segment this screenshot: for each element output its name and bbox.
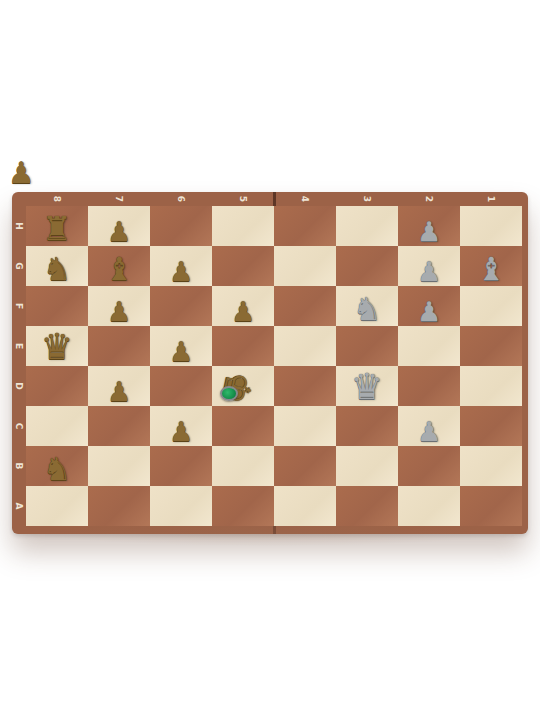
square-b2[interactable] [398, 446, 460, 486]
pawn-glyph: ♟ [169, 258, 193, 285]
rank-label-8: 8 [26, 192, 88, 206]
square-c8[interactable] [26, 406, 88, 446]
file-label-F: F [12, 286, 26, 326]
square-c5[interactable] [212, 406, 274, 446]
queen-glyph: ♛ [351, 369, 383, 405]
queen-glyph: ♛ [41, 329, 73, 365]
rank-label-1: 1 [460, 192, 522, 206]
square-b4[interactable] [274, 446, 336, 486]
square-h8[interactable]: ♜ [26, 206, 88, 246]
white-pawn-c2[interactable]: ♟ [398, 418, 460, 445]
rook-glyph: ♜ [42, 212, 72, 245]
square-f1[interactable] [460, 286, 522, 326]
square-h1[interactable] [460, 206, 522, 246]
square-f8[interactable] [26, 286, 88, 326]
file-label-B: B [12, 446, 26, 486]
pawn-glyph: ♟ [169, 338, 193, 365]
rank-label-4: 4 [274, 192, 336, 206]
rank-label-5: 5 [212, 192, 274, 206]
square-e3[interactable] [336, 326, 398, 366]
square-a8[interactable] [26, 486, 88, 526]
pawn-glyph: ♟ [107, 378, 131, 405]
square-f3[interactable]: ♞ [336, 286, 398, 326]
black-queen-e8[interactable]: ♛ [26, 329, 88, 365]
pawn-glyph: ♟ [417, 258, 441, 285]
square-d6[interactable] [150, 366, 212, 406]
square-e4[interactable] [274, 326, 336, 366]
file-label-E: E [12, 326, 26, 366]
captured-piece[interactable]: ♟ [8, 158, 35, 188]
rank-label-3: 3 [336, 192, 398, 206]
file-label-C: C [12, 406, 26, 446]
white-pawn-f2[interactable]: ♟ [398, 298, 460, 325]
square-b8[interactable]: ♞ [26, 446, 88, 486]
board-grid: ♜♟♟♞♝♟♟♝♟♟♞♟♛♟♟♚♛♟♟♞ [26, 206, 522, 526]
square-d2[interactable] [398, 366, 460, 406]
square-e7[interactable] [88, 326, 150, 366]
product-photo: ♟ ♜♟♟♞♝♟♟♝♟♟♞♟♛♟♟♚♛♟♟♞ 87654321HGFEDCBA [0, 0, 540, 720]
square-e2[interactable] [398, 326, 460, 366]
file-label-H: H [12, 206, 26, 246]
square-c4[interactable] [274, 406, 336, 446]
pawn-glyph: ♟ [417, 218, 441, 245]
white-bishop-g1[interactable]: ♝ [460, 253, 522, 285]
square-d3[interactable]: ♛ [336, 366, 398, 406]
square-f2[interactable]: ♟ [398, 286, 460, 326]
black-pawn-e6[interactable]: ♟ [150, 338, 212, 365]
square-g6[interactable]: ♟ [150, 246, 212, 286]
knight-glyph: ♞ [353, 293, 382, 325]
knight-glyph: ♞ [43, 253, 72, 285]
square-d7[interactable]: ♟ [88, 366, 150, 406]
square-c6[interactable]: ♟ [150, 406, 212, 446]
file-label-G: G [12, 246, 26, 286]
square-h4[interactable] [274, 206, 336, 246]
square-h6[interactable] [150, 206, 212, 246]
square-c3[interactable] [336, 406, 398, 446]
square-a4[interactable] [274, 486, 336, 526]
square-d5[interactable]: ♚ [212, 366, 274, 406]
pawn-glyph: ♟ [107, 298, 131, 325]
square-d1[interactable] [460, 366, 522, 406]
black-pawn-d7[interactable]: ♟ [88, 378, 150, 405]
square-e8[interactable]: ♛ [26, 326, 88, 366]
square-a6[interactable] [150, 486, 212, 526]
file-label-A: A [12, 486, 26, 526]
square-g8[interactable]: ♞ [26, 246, 88, 286]
file-label-D: D [12, 366, 26, 406]
black-pawn-f7[interactable]: ♟ [88, 298, 150, 325]
square-a2[interactable] [398, 486, 460, 526]
square-a5[interactable] [212, 486, 274, 526]
pawn-glyph: ♟ [169, 418, 193, 445]
black-pawn-h7[interactable]: ♟ [88, 218, 150, 245]
square-c2[interactable]: ♟ [398, 406, 460, 446]
square-g5[interactable] [212, 246, 274, 286]
square-e5[interactable] [212, 326, 274, 366]
white-knight-f3[interactable]: ♞ [336, 293, 398, 325]
square-f4[interactable] [274, 286, 336, 326]
square-f7[interactable]: ♟ [88, 286, 150, 326]
white-pawn-g2[interactable]: ♟ [398, 258, 460, 285]
square-f6[interactable] [150, 286, 212, 326]
white-pawn-h2[interactable]: ♟ [398, 218, 460, 245]
fallen-black-king-d5[interactable]: ♚ [212, 369, 274, 405]
square-a7[interactable] [88, 486, 150, 526]
square-c1[interactable] [460, 406, 522, 446]
square-g7[interactable]: ♝ [88, 246, 150, 286]
square-e6[interactable]: ♟ [150, 326, 212, 366]
black-pawn-c6[interactable]: ♟ [150, 418, 212, 445]
square-a3[interactable] [336, 486, 398, 526]
square-a1[interactable] [460, 486, 522, 526]
black-rook-h8[interactable]: ♜ [26, 212, 88, 245]
square-g4[interactable] [274, 246, 336, 286]
square-b7[interactable] [88, 446, 150, 486]
square-g2[interactable]: ♟ [398, 246, 460, 286]
square-b6[interactable] [150, 446, 212, 486]
square-h5[interactable] [212, 206, 274, 246]
square-d8[interactable] [26, 366, 88, 406]
square-b3[interactable] [336, 446, 398, 486]
black-knight-b8[interactable]: ♞ [26, 453, 88, 485]
black-knight-g8[interactable]: ♞ [26, 253, 88, 285]
pawn-glyph: ♟ [417, 298, 441, 325]
square-b1[interactable] [460, 446, 522, 486]
knight-glyph: ♞ [43, 453, 72, 485]
bishop-glyph: ♝ [105, 253, 134, 285]
square-g1[interactable]: ♝ [460, 246, 522, 286]
pawn-glyph: ♟ [417, 418, 441, 445]
pawn-glyph: ♟ [107, 218, 131, 245]
square-d4[interactable] [274, 366, 336, 406]
rank-label-6: 6 [150, 192, 212, 206]
chess-board: ♜♟♟♞♝♟♟♝♟♟♞♟♛♟♟♚♛♟♟♞ 87654321HGFEDCBA [12, 192, 528, 534]
black-bishop-g7[interactable]: ♝ [88, 253, 150, 285]
square-g3[interactable] [336, 246, 398, 286]
white-queen-d3[interactable]: ♛ [336, 369, 398, 405]
pawn-glyph: ♟ [231, 298, 255, 325]
square-e1[interactable] [460, 326, 522, 366]
square-f5[interactable]: ♟ [212, 286, 274, 326]
square-h2[interactable]: ♟ [398, 206, 460, 246]
black-pawn-g6[interactable]: ♟ [150, 258, 212, 285]
bishop-glyph: ♝ [477, 253, 506, 285]
green-felt-base [220, 386, 238, 401]
black-pawn-f5[interactable]: ♟ [212, 298, 274, 325]
square-h3[interactable] [336, 206, 398, 246]
square-h7[interactable]: ♟ [88, 206, 150, 246]
square-c7[interactable] [88, 406, 150, 446]
rank-label-7: 7 [88, 192, 150, 206]
square-b5[interactable] [212, 446, 274, 486]
rank-label-2: 2 [398, 192, 460, 206]
